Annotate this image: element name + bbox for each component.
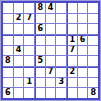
cell-r2c5[interactable] <box>46 14 56 24</box>
cell-r4c3[interactable] <box>24 35 34 45</box>
cell-r4c7[interactable]: 1 <box>67 35 77 45</box>
cell-r7c9[interactable] <box>88 67 98 77</box>
cell-r9c2[interactable] <box>14 88 24 98</box>
cell-r8c5[interactable] <box>46 78 56 88</box>
cell-r6c7[interactable] <box>67 56 77 66</box>
cell-r2c9[interactable] <box>88 14 98 24</box>
cell-r8c3[interactable]: 1 <box>24 78 34 88</box>
cell-r5c3[interactable] <box>24 46 34 56</box>
cell-r6c2[interactable] <box>14 56 24 66</box>
cell-r8c8[interactable] <box>78 78 88 88</box>
cell-r1c6[interactable] <box>56 3 66 13</box>
cell-r1c8[interactable] <box>78 3 88 13</box>
cell-r9c9[interactable]: 8 <box>88 88 98 98</box>
cell-r9c3[interactable] <box>24 88 34 98</box>
cell-r3c2[interactable] <box>14 24 24 34</box>
cell-r1c7[interactable] <box>67 3 77 13</box>
cell-r3c3[interactable] <box>24 24 34 34</box>
cell-r4c6[interactable] <box>56 35 66 45</box>
cell-r6c6[interactable] <box>56 56 66 66</box>
cell-r1c5[interactable]: 4 <box>46 3 56 13</box>
cell-r4c9[interactable] <box>88 35 98 45</box>
cell-r2c2[interactable]: 2 <box>14 14 24 24</box>
cell-r5c8[interactable] <box>78 46 88 56</box>
cell-r7c4[interactable] <box>35 67 45 77</box>
cell-r2c3[interactable]: 7 <box>24 14 34 24</box>
cell-r2c6[interactable] <box>56 14 66 24</box>
cell-r9c8[interactable] <box>78 88 88 98</box>
cell-r2c4[interactable] <box>35 14 45 24</box>
cell-r1c1[interactable] <box>3 3 13 13</box>
cell-r1c3[interactable] <box>24 3 34 13</box>
cell-r9c5[interactable] <box>46 88 56 98</box>
cell-r5c4[interactable] <box>35 46 45 56</box>
cell-r5c5[interactable] <box>46 46 56 56</box>
cell-r1c4[interactable]: 8 <box>35 3 45 13</box>
cell-r1c2[interactable] <box>14 3 24 13</box>
cell-r8c7[interactable] <box>67 78 77 88</box>
cell-r9c1[interactable]: 6 <box>3 88 13 98</box>
cell-r8c6[interactable]: 3 <box>56 78 66 88</box>
cell-r7c3[interactable] <box>24 67 34 77</box>
cell-r6c4[interactable]: 5 <box>35 56 45 66</box>
cell-r6c9[interactable] <box>88 56 98 66</box>
cell-r7c5[interactable]: 7 <box>46 67 56 77</box>
cell-r3c5[interactable] <box>46 24 56 34</box>
cell-r8c4[interactable] <box>35 78 45 88</box>
cell-r7c7[interactable]: 2 <box>67 67 77 77</box>
cell-r5c1[interactable] <box>3 46 13 56</box>
cell-r3c9[interactable] <box>88 24 98 34</box>
cell-r6c3[interactable] <box>24 56 34 66</box>
sudoku-board-frame: 84276164785721368 <box>0 0 101 101</box>
cell-r5c2[interactable]: 4 <box>14 46 24 56</box>
cell-r7c6[interactable] <box>56 67 66 77</box>
cell-r6c1[interactable]: 8 <box>3 56 13 66</box>
cell-r1c9[interactable] <box>88 3 98 13</box>
cell-r3c7[interactable] <box>67 24 77 34</box>
cell-r8c1[interactable] <box>3 78 13 88</box>
cell-r3c1[interactable] <box>3 24 13 34</box>
cell-r8c9[interactable] <box>88 78 98 88</box>
cell-r4c5[interactable] <box>46 35 56 45</box>
cell-r5c9[interactable] <box>88 46 98 56</box>
cell-r7c8[interactable] <box>78 67 88 77</box>
cell-r9c7[interactable] <box>67 88 77 98</box>
cell-r8c2[interactable] <box>14 78 24 88</box>
cell-r2c1[interactable] <box>3 14 13 24</box>
cell-r4c8[interactable]: 6 <box>78 35 88 45</box>
cell-r9c4[interactable] <box>35 88 45 98</box>
cell-r4c2[interactable] <box>14 35 24 45</box>
cell-r9c6[interactable] <box>56 88 66 98</box>
cell-r3c4[interactable]: 6 <box>35 24 45 34</box>
sudoku-board: 84276164785721368 <box>1 1 100 100</box>
cell-r2c8[interactable] <box>78 14 88 24</box>
cell-r3c8[interactable] <box>78 24 88 34</box>
cell-r5c7[interactable]: 7 <box>67 46 77 56</box>
cell-r5c6[interactable] <box>56 46 66 56</box>
cell-r6c5[interactable] <box>46 56 56 66</box>
cell-r7c2[interactable] <box>14 67 24 77</box>
cell-r7c1[interactable] <box>3 67 13 77</box>
cell-r4c1[interactable] <box>3 35 13 45</box>
cell-r3c6[interactable] <box>56 24 66 34</box>
cell-r2c7[interactable] <box>67 14 77 24</box>
cell-r4c4[interactable] <box>35 35 45 45</box>
cell-r6c8[interactable] <box>78 56 88 66</box>
